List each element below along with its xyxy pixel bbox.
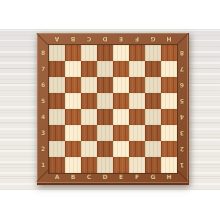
square-c5 <box>81 93 97 109</box>
square-c1 <box>81 157 97 173</box>
square-f8 <box>129 45 145 61</box>
square-f2 <box>129 141 145 157</box>
square-h1 <box>161 157 177 173</box>
square-e1 <box>113 157 129 173</box>
square-f4 <box>129 109 145 125</box>
square-a5 <box>49 93 65 109</box>
square-h6 <box>161 77 177 93</box>
square-a4 <box>49 109 65 125</box>
square-b4 <box>65 109 81 125</box>
playing-field <box>48 44 178 174</box>
square-h4 <box>161 109 177 125</box>
square-a7 <box>49 61 65 77</box>
square-h7 <box>161 61 177 77</box>
product-photo: ABCDEFGH ABCDEFGH 87654321 87654321 <box>0 0 220 220</box>
square-b7 <box>65 61 81 77</box>
square-g7 <box>145 61 161 77</box>
square-e6 <box>113 77 129 93</box>
square-h2 <box>161 141 177 157</box>
square-a2 <box>49 141 65 157</box>
square-f3 <box>129 125 145 141</box>
square-e2 <box>113 141 129 157</box>
square-e5 <box>113 93 129 109</box>
square-d1 <box>97 157 113 173</box>
square-g3 <box>145 125 161 141</box>
square-g6 <box>145 77 161 93</box>
square-c4 <box>81 109 97 125</box>
square-a1 <box>49 157 65 173</box>
square-c7 <box>81 61 97 77</box>
square-g4 <box>145 109 161 125</box>
square-e4 <box>113 109 129 125</box>
square-f5 <box>129 93 145 109</box>
square-d2 <box>97 141 113 157</box>
square-c3 <box>81 125 97 141</box>
square-c6 <box>81 77 97 93</box>
square-a8 <box>49 45 65 61</box>
square-b8 <box>65 45 81 61</box>
square-f6 <box>129 77 145 93</box>
square-c8 <box>81 45 97 61</box>
square-d7 <box>97 61 113 77</box>
square-b5 <box>65 93 81 109</box>
square-c2 <box>81 141 97 157</box>
square-d5 <box>97 93 113 109</box>
square-b6 <box>65 77 81 93</box>
square-a6 <box>49 77 65 93</box>
square-e8 <box>113 45 129 61</box>
square-d8 <box>97 45 113 61</box>
chess-board: ABCDEFGH ABCDEFGH 87654321 87654321 <box>37 33 189 185</box>
square-g8 <box>145 45 161 61</box>
square-e7 <box>113 61 129 77</box>
square-d6 <box>97 77 113 93</box>
square-f7 <box>129 61 145 77</box>
square-d4 <box>97 109 113 125</box>
square-h5 <box>161 93 177 109</box>
square-a3 <box>49 125 65 141</box>
square-g5 <box>145 93 161 109</box>
square-b3 <box>65 125 81 141</box>
square-g1 <box>145 157 161 173</box>
square-e3 <box>113 125 129 141</box>
square-d3 <box>97 125 113 141</box>
square-b2 <box>65 141 81 157</box>
square-g2 <box>145 141 161 157</box>
square-h3 <box>161 125 177 141</box>
square-b1 <box>65 157 81 173</box>
square-f1 <box>129 157 145 173</box>
square-h8 <box>161 45 177 61</box>
